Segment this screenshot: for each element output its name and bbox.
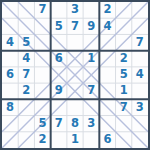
- cell-r6c4[interactable]: 9: [51, 83, 67, 99]
- cell-r5c5[interactable]: [67, 67, 83, 83]
- cell-r6c1[interactable]: [2, 83, 18, 99]
- cell-r2c6[interactable]: 9: [83, 18, 99, 34]
- cell-r9c7[interactable]: 6: [99, 132, 115, 148]
- cell-r2c4[interactable]: 5: [51, 18, 67, 34]
- cell-r1c4[interactable]: [51, 2, 67, 18]
- cell-r3c6[interactable]: [83, 34, 99, 50]
- cell-r5c7[interactable]: [99, 67, 115, 83]
- cell-r8c1[interactable]: [2, 116, 18, 132]
- cell-r1c8[interactable]: [116, 2, 132, 18]
- cell-r4c3[interactable]: [34, 51, 50, 67]
- cell-r8c2[interactable]: [18, 116, 34, 132]
- cell-r8c8[interactable]: [116, 116, 132, 132]
- cell-r2c1[interactable]: [2, 18, 18, 34]
- cell-r9c2[interactable]: [18, 132, 34, 148]
- cell-r4c6[interactable]: 1: [83, 51, 99, 67]
- cell-r9c3[interactable]: 2: [34, 132, 50, 148]
- cell-r2c3[interactable]: [34, 18, 50, 34]
- cell-r3c8[interactable]: [116, 34, 132, 50]
- cell-r6c3[interactable]: [34, 83, 50, 99]
- cell-r6c5[interactable]: [67, 83, 83, 99]
- cell-r1c2[interactable]: [18, 2, 34, 18]
- cell-r1c9[interactable]: [132, 2, 148, 18]
- cell-r5c4[interactable]: [51, 67, 67, 83]
- cell-r3c2[interactable]: 5: [18, 34, 34, 50]
- cell-r6c6[interactable]: 7: [83, 83, 99, 99]
- cell-r1c6[interactable]: [83, 2, 99, 18]
- cell-r9c6[interactable]: [83, 132, 99, 148]
- cell-r8c5[interactable]: 8: [67, 116, 83, 132]
- cell-r1c7[interactable]: 2: [99, 2, 115, 18]
- cell-r6c9[interactable]: [132, 83, 148, 99]
- cell-r7c9[interactable]: 3: [132, 99, 148, 115]
- cell-r6c7[interactable]: [99, 83, 115, 99]
- cell-r1c5[interactable]: 3: [67, 2, 83, 18]
- cell-r7c3[interactable]: [34, 99, 50, 115]
- cell-r1c3[interactable]: 7: [34, 2, 50, 18]
- cell-r3c7[interactable]: [99, 34, 115, 50]
- cell-r3c5[interactable]: [67, 34, 83, 50]
- cell-r7c4[interactable]: [51, 99, 67, 115]
- cell-r8c7[interactable]: [99, 116, 115, 132]
- cell-r1c1[interactable]: [2, 2, 18, 18]
- cell-r2c8[interactable]: [116, 18, 132, 34]
- cell-r2c7[interactable]: 4: [99, 18, 115, 34]
- cell-r7c8[interactable]: 7: [116, 99, 132, 115]
- cell-r4c1[interactable]: [2, 51, 18, 67]
- cell-r4c7[interactable]: [99, 51, 115, 67]
- cell-r7c7[interactable]: [99, 99, 115, 115]
- cell-r8c4[interactable]: 7: [51, 116, 67, 132]
- cell-r4c8[interactable]: 2: [116, 51, 132, 67]
- cell-r4c2[interactable]: 4: [18, 51, 34, 67]
- cell-r3c4[interactable]: [51, 34, 67, 50]
- cell-r6c2[interactable]: 2: [18, 83, 34, 99]
- cell-r6c8[interactable]: 1: [116, 83, 132, 99]
- cell-r5c6[interactable]: [83, 67, 99, 83]
- cell-r5c1[interactable]: 6: [2, 67, 18, 83]
- cell-r9c9[interactable]: [132, 132, 148, 148]
- cells-layer: 73257944574612675429718735783216: [2, 2, 148, 148]
- cell-r7c2[interactable]: [18, 99, 34, 115]
- cell-r5c2[interactable]: 7: [18, 67, 34, 83]
- cell-r9c4[interactable]: [51, 132, 67, 148]
- cell-r5c9[interactable]: 4: [132, 67, 148, 83]
- cell-r3c3[interactable]: [34, 34, 50, 50]
- cell-r9c5[interactable]: 1: [67, 132, 83, 148]
- cell-r9c1[interactable]: [2, 132, 18, 148]
- cell-r7c1[interactable]: 8: [2, 99, 18, 115]
- cell-r7c6[interactable]: [83, 99, 99, 115]
- cell-r2c2[interactable]: [18, 18, 34, 34]
- cell-r2c5[interactable]: 7: [67, 18, 83, 34]
- cell-r5c3[interactable]: [34, 67, 50, 83]
- cell-r9c8[interactable]: [116, 132, 132, 148]
- cell-r8c3[interactable]: 5: [34, 116, 50, 132]
- cell-r3c9[interactable]: 7: [132, 34, 148, 50]
- cell-r3c1[interactable]: 4: [2, 34, 18, 50]
- cell-r8c9[interactable]: [132, 116, 148, 132]
- cell-r4c4[interactable]: 6: [51, 51, 67, 67]
- cell-r8c6[interactable]: 3: [83, 116, 99, 132]
- sudoku-board: 73257944574612675429718735783216: [0, 0, 150, 150]
- cell-r4c5[interactable]: [67, 51, 83, 67]
- cell-r7c5[interactable]: [67, 99, 83, 115]
- cell-r5c8[interactable]: 5: [116, 67, 132, 83]
- cell-r2c9[interactable]: [132, 18, 148, 34]
- cell-r4c9[interactable]: [132, 51, 148, 67]
